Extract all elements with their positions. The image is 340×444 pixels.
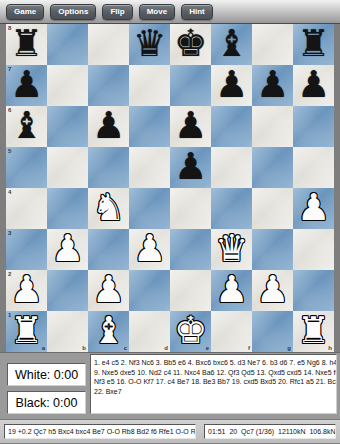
square-f1[interactable]: f bbox=[211, 311, 252, 352]
engine-analysis-line: 19 +0.2 Qc7 h5 Bxc4 bxc4 Be7 O-O Rb8 Bd2… bbox=[4, 424, 196, 439]
black-clock: Black: 0:00 bbox=[7, 391, 86, 414]
black-pawn: ♟ bbox=[215, 66, 248, 103]
square-a4[interactable]: 4 bbox=[6, 188, 47, 229]
square-g4[interactable] bbox=[252, 188, 293, 229]
square-a2[interactable]: 2♟ bbox=[6, 270, 47, 311]
black-bishop: ♝ bbox=[215, 25, 248, 62]
square-a1[interactable]: 1a♜ bbox=[6, 311, 47, 352]
black-pawn: ♟ bbox=[256, 66, 289, 103]
rank-label: 3 bbox=[8, 230, 11, 236]
square-c6[interactable]: ♟ bbox=[88, 106, 129, 147]
square-a6[interactable]: 6♝ bbox=[6, 106, 47, 147]
white-pawn: ♟ bbox=[92, 271, 125, 308]
rank-label: 6 bbox=[8, 107, 11, 113]
square-a8[interactable]: 8♜ bbox=[6, 24, 47, 65]
square-g5[interactable] bbox=[252, 147, 293, 188]
square-h4[interactable]: ♟ bbox=[293, 188, 334, 229]
white-king: ♚ bbox=[174, 312, 207, 349]
square-g3[interactable] bbox=[252, 229, 293, 270]
white-pawn: ♟ bbox=[10, 271, 43, 308]
black-bishop: ♝ bbox=[10, 107, 43, 144]
rank-label: 1 bbox=[8, 312, 11, 318]
black-pawn: ♟ bbox=[174, 107, 207, 144]
move-list-line: Nf3 e5 16. O-O Kf7 17. c4 Be7 18. Be3 Bb… bbox=[94, 377, 333, 387]
square-e4[interactable] bbox=[170, 188, 211, 229]
move-button[interactable]: Move bbox=[139, 4, 175, 20]
square-c7[interactable] bbox=[88, 65, 129, 106]
square-d4[interactable] bbox=[129, 188, 170, 229]
square-c8[interactable] bbox=[88, 24, 129, 65]
square-f8[interactable]: ♝ bbox=[211, 24, 252, 65]
options-button[interactable]: Options bbox=[50, 4, 96, 20]
rank-label: 4 bbox=[8, 189, 11, 195]
black-pawn: ♟ bbox=[92, 107, 125, 144]
square-g8[interactable] bbox=[252, 24, 293, 65]
status-bar: 19 +0.2 Qc7 h5 Bxc4 bxc4 Be7 O-O Rb8 Bd2… bbox=[0, 419, 340, 443]
white-pawn: ♟ bbox=[215, 271, 248, 308]
clock-panel: White: 0:00 Black: 0:00 bbox=[0, 353, 90, 419]
square-b8[interactable] bbox=[47, 24, 88, 65]
square-b1[interactable]: b bbox=[47, 311, 88, 352]
square-e8[interactable]: ♚ bbox=[170, 24, 211, 65]
rank-label: 2 bbox=[8, 271, 11, 277]
square-e3[interactable] bbox=[170, 229, 211, 270]
black-queen: ♛ bbox=[133, 25, 166, 62]
white-clock: White: 0:00 bbox=[7, 363, 86, 386]
square-b6[interactable] bbox=[47, 106, 88, 147]
square-b7[interactable] bbox=[47, 65, 88, 106]
chess-app-window: Game Options Flip Move Hint 8♜♛♚♝♜7♟♟♟♟6… bbox=[0, 0, 340, 444]
file-label: c bbox=[124, 345, 127, 351]
square-h3[interactable] bbox=[293, 229, 334, 270]
black-king: ♚ bbox=[174, 25, 207, 62]
white-pawn: ♟ bbox=[256, 271, 289, 308]
white-bishop: ♝ bbox=[92, 312, 125, 349]
square-h2[interactable] bbox=[293, 270, 334, 311]
square-e5[interactable]: ♟ bbox=[170, 147, 211, 188]
square-c1[interactable]: c♝ bbox=[88, 311, 129, 352]
move-list-line: 9. Nxe5 dxe5 10. Nd2 c4 11. Nxc4 Ba6 12.… bbox=[94, 368, 333, 378]
square-f3[interactable]: ♛ bbox=[211, 229, 252, 270]
square-d7[interactable] bbox=[129, 65, 170, 106]
rank-label: 7 bbox=[8, 66, 11, 72]
square-f7[interactable]: ♟ bbox=[211, 65, 252, 106]
square-h7[interactable]: ♟ bbox=[293, 65, 334, 106]
move-list-line: 1. e4 c5 2. Nf3 Nc6 3. Bb5 e6 4. Bxc6 bx… bbox=[94, 358, 333, 368]
rank-label: 5 bbox=[8, 148, 11, 154]
square-d6[interactable] bbox=[129, 106, 170, 147]
square-e7[interactable] bbox=[170, 65, 211, 106]
square-e2[interactable] bbox=[170, 270, 211, 311]
square-b5[interactable] bbox=[47, 147, 88, 188]
move-list[interactable]: 1. e4 c5 2. Nf3 Nc6 3. Bb5 e6 4. Bxc6 bx… bbox=[90, 354, 337, 414]
white-rook: ♜ bbox=[297, 312, 330, 349]
white-pawn: ♟ bbox=[133, 230, 166, 267]
menu-bar: Game Options Flip Move Hint bbox=[0, 0, 340, 24]
file-label: h bbox=[328, 345, 332, 351]
square-a7[interactable]: 7♟ bbox=[6, 65, 47, 106]
hint-button[interactable]: Hint bbox=[181, 4, 213, 20]
square-a5[interactable]: 5 bbox=[6, 147, 47, 188]
square-h6[interactable] bbox=[293, 106, 334, 147]
black-rook: ♜ bbox=[297, 25, 330, 62]
black-pawn: ♟ bbox=[297, 66, 330, 103]
engine-stats: 01:51 20 Qc7 (1/36) 12110kN 106.8kN/s bbox=[204, 424, 336, 439]
square-h1[interactable]: h♜ bbox=[293, 311, 334, 352]
square-f2[interactable]: ♟ bbox=[211, 270, 252, 311]
black-pawn: ♟ bbox=[174, 148, 207, 185]
black-rook: ♜ bbox=[10, 25, 43, 62]
square-d2[interactable] bbox=[129, 270, 170, 311]
square-g2[interactable]: ♟ bbox=[252, 270, 293, 311]
board-area: 8♜♛♚♝♜7♟♟♟♟6♝♟♟5♟4♞♟3♟♟♛2♟♟♟♟1a♜bc♝de♚fg… bbox=[0, 24, 340, 352]
white-rook: ♜ bbox=[10, 312, 43, 349]
chess-board: 8♜♛♚♝♜7♟♟♟♟6♝♟♟5♟4♞♟3♟♟♛2♟♟♟♟1a♜bc♝de♚fg… bbox=[6, 24, 334, 352]
square-d3[interactable]: ♟ bbox=[129, 229, 170, 270]
square-e1[interactable]: e♚ bbox=[170, 311, 211, 352]
square-b3[interactable]: ♟ bbox=[47, 229, 88, 270]
square-f5[interactable] bbox=[211, 147, 252, 188]
file-label: b bbox=[82, 345, 86, 351]
bottom-panel: White: 0:00 Black: 0:00 1. e4 c5 2. Nf3 … bbox=[0, 352, 340, 419]
square-h8[interactable]: ♜ bbox=[293, 24, 334, 65]
square-g1[interactable]: g bbox=[252, 311, 293, 352]
square-c3[interactable] bbox=[88, 229, 129, 270]
square-f6[interactable] bbox=[211, 106, 252, 147]
file-label: a bbox=[42, 345, 45, 351]
file-label: e bbox=[206, 345, 209, 351]
white-knight: ♞ bbox=[92, 189, 125, 226]
square-g6[interactable] bbox=[252, 106, 293, 147]
rank-label: 8 bbox=[8, 25, 11, 31]
flip-button[interactable]: Flip bbox=[102, 4, 132, 20]
square-g7[interactable]: ♟ bbox=[252, 65, 293, 106]
white-pawn: ♟ bbox=[51, 230, 84, 267]
square-b4[interactable] bbox=[47, 188, 88, 229]
square-a3[interactable]: 3 bbox=[6, 229, 47, 270]
square-f4[interactable] bbox=[211, 188, 252, 229]
file-label: f bbox=[248, 345, 250, 351]
square-c5[interactable] bbox=[88, 147, 129, 188]
white-pawn: ♟ bbox=[297, 189, 330, 226]
square-b2[interactable] bbox=[47, 270, 88, 311]
square-d5[interactable] bbox=[129, 147, 170, 188]
file-label: g bbox=[287, 345, 291, 351]
move-list-line: 22. Bxe7 bbox=[94, 387, 333, 397]
square-c2[interactable]: ♟ bbox=[88, 270, 129, 311]
black-pawn: ♟ bbox=[10, 66, 43, 103]
square-d1[interactable]: d bbox=[129, 311, 170, 352]
file-label: d bbox=[164, 345, 168, 351]
square-h5[interactable] bbox=[293, 147, 334, 188]
white-queen: ♛ bbox=[215, 230, 248, 267]
game-button[interactable]: Game bbox=[6, 4, 44, 20]
square-c4[interactable]: ♞ bbox=[88, 188, 129, 229]
square-e6[interactable]: ♟ bbox=[170, 106, 211, 147]
square-d8[interactable]: ♛ bbox=[129, 24, 170, 65]
